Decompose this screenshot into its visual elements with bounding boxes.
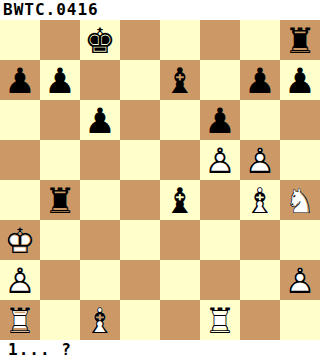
white-pawn-outline-icon: ♙ (280, 260, 320, 300)
square-a7[interactable]: ♟ (0, 60, 40, 100)
square-g3[interactable] (240, 220, 280, 260)
black-rook-icon: ♜ (280, 20, 320, 60)
white-king-outline-icon: ♔ (0, 220, 40, 260)
white-pawn-outline-icon: ♙ (200, 140, 240, 180)
chess-board: ♚♜♟♟♝♟♟♟♟♟♙♟♙♜♝♝♗♞♘♚♔♟♙♟♙♜♖♝♗♜♖ (0, 20, 320, 340)
square-d2[interactable] (120, 260, 160, 300)
square-f3[interactable] (200, 220, 240, 260)
square-g4[interactable]: ♝♗ (240, 180, 280, 220)
piece-white-pawn[interactable]: ♟♙ (200, 140, 240, 180)
square-b2[interactable] (40, 260, 80, 300)
square-f1[interactable]: ♜♖ (200, 300, 240, 340)
square-c2[interactable] (80, 260, 120, 300)
square-c8[interactable]: ♚ (80, 20, 120, 60)
white-rook-outline-icon: ♖ (0, 300, 40, 340)
square-b7[interactable]: ♟ (40, 60, 80, 100)
square-c5[interactable] (80, 140, 120, 180)
white-pawn-outline-icon: ♙ (240, 140, 280, 180)
square-a5[interactable] (0, 140, 40, 180)
square-g1[interactable] (240, 300, 280, 340)
piece-black-pawn[interactable]: ♟ (280, 60, 320, 100)
square-f4[interactable] (200, 180, 240, 220)
piece-white-king[interactable]: ♚♔ (0, 220, 40, 260)
square-h5[interactable] (280, 140, 320, 180)
square-e4[interactable]: ♝ (160, 180, 200, 220)
piece-white-pawn[interactable]: ♟♙ (240, 140, 280, 180)
square-d5[interactable] (120, 140, 160, 180)
white-knight-outline-icon: ♘ (280, 180, 320, 220)
square-d3[interactable] (120, 220, 160, 260)
square-e7[interactable]: ♝ (160, 60, 200, 100)
piece-black-king[interactable]: ♚ (80, 20, 120, 60)
piece-white-rook[interactable]: ♜♖ (0, 300, 40, 340)
white-rook-outline-icon: ♖ (200, 300, 240, 340)
square-d4[interactable] (120, 180, 160, 220)
white-bishop-outline-icon: ♗ (80, 300, 120, 340)
piece-black-pawn[interactable]: ♟ (40, 60, 80, 100)
square-h1[interactable] (280, 300, 320, 340)
square-b4[interactable]: ♜ (40, 180, 80, 220)
piece-black-bishop[interactable]: ♝ (160, 180, 200, 220)
square-h4[interactable]: ♞♘ (280, 180, 320, 220)
square-h7[interactable]: ♟ (280, 60, 320, 100)
square-a8[interactable] (0, 20, 40, 60)
square-b5[interactable] (40, 140, 80, 180)
black-rook-icon: ♜ (40, 180, 80, 220)
black-pawn-icon: ♟ (80, 100, 120, 140)
piece-white-pawn[interactable]: ♟♙ (280, 260, 320, 300)
piece-black-rook[interactable]: ♜ (280, 20, 320, 60)
white-bishop-outline-icon: ♗ (240, 180, 280, 220)
piece-white-rook[interactable]: ♜♖ (200, 300, 240, 340)
square-c4[interactable] (80, 180, 120, 220)
black-pawn-icon: ♟ (240, 60, 280, 100)
square-d7[interactable] (120, 60, 160, 100)
square-e1[interactable] (160, 300, 200, 340)
black-bishop-icon: ♝ (160, 180, 200, 220)
piece-black-pawn[interactable]: ♟ (200, 100, 240, 140)
black-pawn-icon: ♟ (280, 60, 320, 100)
square-c3[interactable] (80, 220, 120, 260)
black-bishop-icon: ♝ (160, 60, 200, 100)
piece-black-rook[interactable]: ♜ (40, 180, 80, 220)
square-f7[interactable] (200, 60, 240, 100)
puzzle-id-title: BWTC.0416 (0, 0, 320, 20)
piece-white-bishop[interactable]: ♝♗ (240, 180, 280, 220)
square-h2[interactable]: ♟♙ (280, 260, 320, 300)
piece-black-bishop[interactable]: ♝ (160, 60, 200, 100)
square-f6[interactable]: ♟ (200, 100, 240, 140)
piece-white-pawn[interactable]: ♟♙ (0, 260, 40, 300)
square-c1[interactable]: ♝♗ (80, 300, 120, 340)
square-d6[interactable] (120, 100, 160, 140)
square-c6[interactable]: ♟ (80, 100, 120, 140)
square-b6[interactable] (40, 100, 80, 140)
square-e2[interactable] (160, 260, 200, 300)
square-e8[interactable] (160, 20, 200, 60)
piece-white-bishop[interactable]: ♝♗ (80, 300, 120, 340)
piece-black-pawn[interactable]: ♟ (80, 100, 120, 140)
square-f8[interactable] (200, 20, 240, 60)
square-g5[interactable]: ♟♙ (240, 140, 280, 180)
square-h6[interactable] (280, 100, 320, 140)
square-b3[interactable] (40, 220, 80, 260)
black-pawn-icon: ♟ (0, 60, 40, 100)
square-f5[interactable]: ♟♙ (200, 140, 240, 180)
square-e3[interactable] (160, 220, 200, 260)
piece-black-pawn[interactable]: ♟ (240, 60, 280, 100)
square-b1[interactable] (40, 300, 80, 340)
square-f2[interactable] (200, 260, 240, 300)
piece-black-pawn[interactable]: ♟ (0, 60, 40, 100)
square-g8[interactable] (240, 20, 280, 60)
square-e6[interactable] (160, 100, 200, 140)
square-a3[interactable]: ♚♔ (0, 220, 40, 260)
square-g6[interactable] (240, 100, 280, 140)
black-pawn-icon: ♟ (200, 100, 240, 140)
square-c7[interactable] (80, 60, 120, 100)
square-e5[interactable] (160, 140, 200, 180)
square-a2[interactable]: ♟♙ (0, 260, 40, 300)
square-a1[interactable]: ♜♖ (0, 300, 40, 340)
square-a4[interactable] (0, 180, 40, 220)
square-d1[interactable] (120, 300, 160, 340)
black-pawn-icon: ♟ (40, 60, 80, 100)
piece-white-knight[interactable]: ♞♘ (280, 180, 320, 220)
square-g2[interactable] (240, 260, 280, 300)
square-g7[interactable]: ♟ (240, 60, 280, 100)
white-pawn-outline-icon: ♙ (0, 260, 40, 300)
move-prompt: 1... ? (0, 340, 320, 360)
chess-puzzle-window: BWTC.0416 ♚♜♟♟♝♟♟♟♟♟♙♟♙♜♝♝♗♞♘♚♔♟♙♟♙♜♖♝♗♜… (0, 0, 320, 360)
square-h8[interactable]: ♜ (280, 20, 320, 60)
square-h3[interactable] (280, 220, 320, 260)
square-b8[interactable] (40, 20, 80, 60)
square-d8[interactable] (120, 20, 160, 60)
black-king-icon: ♚ (80, 20, 120, 60)
square-a6[interactable] (0, 100, 40, 140)
